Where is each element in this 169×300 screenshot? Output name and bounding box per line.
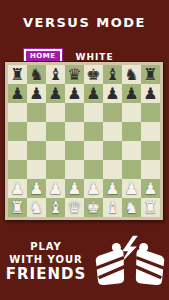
piece-white-knight: ♞ <box>124 198 138 217</box>
piece-white-pawn: ♟ <box>86 179 100 198</box>
piece-black-rook: ♜ <box>143 65 157 84</box>
chess-board: ♜♞♝♛♚♝♞♜♟♟♟♟♟♟♟♟♟♟♟♟♟♟♟♟♜♞♝♛♚♝♞♜ <box>8 65 160 217</box>
piece-white-bishop: ♝ <box>105 198 119 217</box>
square-h5[interactable] <box>141 122 160 141</box>
square-d2[interactable]: ♟ <box>65 179 84 198</box>
piece-black-queen: ♛ <box>67 65 81 84</box>
versus-mode-screen: VERSUS MODE HOME WHITE ♜♞♝♛♚♝♞♜♟♟♟♟♟♟♟♟♟… <box>0 0 169 300</box>
square-b6[interactable] <box>27 103 46 122</box>
square-h3[interactable] <box>141 160 160 179</box>
square-a5[interactable] <box>8 122 27 141</box>
player-right-icon <box>132 243 166 286</box>
page-title: VERSUS MODE <box>0 15 169 30</box>
footer-line-3: FRIENDS <box>0 266 92 283</box>
square-g4[interactable] <box>122 141 141 160</box>
piece-black-rook: ♜ <box>10 65 24 84</box>
piece-white-knight: ♞ <box>29 198 43 217</box>
square-c2[interactable]: ♟ <box>46 179 65 198</box>
square-b4[interactable] <box>27 141 46 160</box>
square-e2[interactable]: ♟ <box>84 179 103 198</box>
square-b5[interactable] <box>27 122 46 141</box>
chess-board-frame: ♜♞♝♛♚♝♞♜♟♟♟♟♟♟♟♟♟♟♟♟♟♟♟♟♜♞♝♛♚♝♞♜ <box>5 62 163 220</box>
square-f8[interactable]: ♝ <box>103 65 122 84</box>
square-d6[interactable] <box>65 103 84 122</box>
square-c6[interactable] <box>46 103 65 122</box>
piece-black-pawn: ♟ <box>10 84 24 103</box>
square-c1[interactable]: ♝ <box>46 198 65 217</box>
square-d3[interactable] <box>65 160 84 179</box>
square-g7[interactable]: ♟ <box>122 84 141 103</box>
piece-black-pawn: ♟ <box>86 84 100 103</box>
square-e8[interactable]: ♚ <box>84 65 103 84</box>
square-f2[interactable]: ♟ <box>103 179 122 198</box>
square-e1[interactable]: ♚ <box>84 198 103 217</box>
footer-line-1: PLAY <box>0 241 92 253</box>
square-e4[interactable] <box>84 141 103 160</box>
piece-white-queen: ♛ <box>67 198 81 217</box>
square-b7[interactable]: ♟ <box>27 84 46 103</box>
square-a6[interactable] <box>8 103 27 122</box>
square-c3[interactable] <box>46 160 65 179</box>
piece-black-pawn: ♟ <box>105 84 119 103</box>
versus-players-icon <box>93 234 167 290</box>
square-f1[interactable]: ♝ <box>103 198 122 217</box>
piece-white-pawn: ♟ <box>10 179 24 198</box>
square-d5[interactable] <box>65 122 84 141</box>
square-b2[interactable]: ♟ <box>27 179 46 198</box>
piece-white-bishop: ♝ <box>48 198 62 217</box>
square-h6[interactable] <box>141 103 160 122</box>
square-f6[interactable] <box>103 103 122 122</box>
square-d4[interactable] <box>65 141 84 160</box>
square-e5[interactable] <box>84 122 103 141</box>
square-h8[interactable]: ♜ <box>141 65 160 84</box>
square-c7[interactable]: ♟ <box>46 84 65 103</box>
square-g6[interactable] <box>122 103 141 122</box>
square-b1[interactable]: ♞ <box>27 198 46 217</box>
square-c4[interactable] <box>46 141 65 160</box>
square-f5[interactable] <box>103 122 122 141</box>
piece-white-pawn: ♟ <box>67 179 81 198</box>
square-g1[interactable]: ♞ <box>122 198 141 217</box>
square-a2[interactable]: ♟ <box>8 179 27 198</box>
square-b8[interactable]: ♞ <box>27 65 46 84</box>
square-f3[interactable] <box>103 160 122 179</box>
piece-white-rook: ♜ <box>10 198 24 217</box>
square-e7[interactable]: ♟ <box>84 84 103 103</box>
square-h1[interactable]: ♜ <box>141 198 160 217</box>
piece-black-king: ♚ <box>86 65 100 84</box>
square-a3[interactable] <box>8 160 27 179</box>
side-to-move-label: WHITE <box>76 52 114 62</box>
piece-black-bishop: ♝ <box>48 65 62 84</box>
square-a7[interactable]: ♟ <box>8 84 27 103</box>
square-g8[interactable]: ♞ <box>122 65 141 84</box>
piece-black-pawn: ♟ <box>29 84 43 103</box>
piece-white-pawn: ♟ <box>124 179 138 198</box>
square-c5[interactable] <box>46 122 65 141</box>
play-with-friends-text: PLAY WITH YOUR FRIENDS <box>0 241 92 283</box>
player-left-icon <box>94 243 128 286</box>
square-g5[interactable] <box>122 122 141 141</box>
piece-black-pawn: ♟ <box>124 84 138 103</box>
square-e3[interactable] <box>84 160 103 179</box>
piece-white-pawn: ♟ <box>143 179 157 198</box>
piece-white-rook: ♜ <box>143 198 157 217</box>
square-e6[interactable] <box>84 103 103 122</box>
square-a4[interactable] <box>8 141 27 160</box>
square-a8[interactable]: ♜ <box>8 65 27 84</box>
piece-black-bishop: ♝ <box>105 65 119 84</box>
square-f7[interactable]: ♟ <box>103 84 122 103</box>
piece-black-knight: ♞ <box>124 65 138 84</box>
piece-black-pawn: ♟ <box>143 84 157 103</box>
square-g3[interactable] <box>122 160 141 179</box>
piece-white-king: ♚ <box>86 198 100 217</box>
piece-white-pawn: ♟ <box>29 179 43 198</box>
piece-black-pawn: ♟ <box>67 84 81 103</box>
piece-black-pawn: ♟ <box>48 84 62 103</box>
square-f4[interactable] <box>103 141 122 160</box>
square-g2[interactable]: ♟ <box>122 179 141 198</box>
square-h7[interactable]: ♟ <box>141 84 160 103</box>
play-with-friends-banner[interactable]: PLAY WITH YOUR FRIENDS <box>0 232 169 292</box>
square-d7[interactable]: ♟ <box>65 84 84 103</box>
piece-white-pawn: ♟ <box>105 179 119 198</box>
piece-white-pawn: ♟ <box>48 179 62 198</box>
square-d8[interactable]: ♛ <box>65 65 84 84</box>
square-c8[interactable]: ♝ <box>46 65 65 84</box>
square-h4[interactable] <box>141 141 160 160</box>
square-h2[interactable]: ♟ <box>141 179 160 198</box>
square-a1[interactable]: ♜ <box>8 198 27 217</box>
piece-black-knight: ♞ <box>29 65 43 84</box>
square-b3[interactable] <box>27 160 46 179</box>
square-d1[interactable]: ♛ <box>65 198 84 217</box>
